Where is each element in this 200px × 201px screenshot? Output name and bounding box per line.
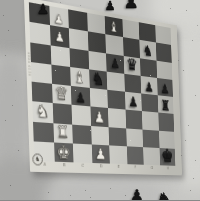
file-label-d: D	[100, 164, 103, 168]
piece-white-p-b7[interactable]: ♟	[54, 31, 65, 46]
captured-piece-black-p[interactable]: ♟	[104, 0, 115, 12]
square-c2[interactable]	[72, 124, 91, 144]
square-e1[interactable]	[109, 145, 127, 164]
chessboard[interactable]: ABCDEFGH 4034 0170 ♞ ♟♝♟♞♟♛♝♞♟♟♛♟♟♜♞♟♜♚♟…	[24, 0, 182, 175]
square-f1[interactable]	[126, 146, 143, 165]
square-e5[interactable]	[107, 71, 125, 91]
captured-piece-black-p[interactable]: ♟	[130, 188, 144, 200]
square-h3[interactable]	[158, 113, 174, 132]
square-d4[interactable]	[89, 88, 108, 108]
piece-black-k-h1[interactable]: ♚	[161, 147, 174, 165]
piece-black-p-e6[interactable]: ♟	[110, 58, 119, 72]
piece-black-p-g5[interactable]: ♟	[144, 80, 153, 94]
file-label-c: C	[82, 164, 85, 168]
piece-white-p-b8[interactable]: ♟	[54, 12, 64, 26]
board-brand-knight-logo: ♞	[32, 153, 43, 165]
square-g6[interactable]	[140, 58, 157, 78]
square-b6[interactable]	[50, 45, 70, 67]
illegible-print-code: 4034 0170	[26, 52, 30, 77]
square-a2[interactable]	[33, 121, 54, 142]
file-label-h: H	[167, 166, 169, 170]
square-f5[interactable]	[124, 74, 141, 94]
table-strip-bottom	[45, 176, 165, 200]
photo-stage: ABCDEFGH 4034 0170 ♞ ♟♝♟♞♟♛♝♞♟♟♛♟♟♜♞♟♜♚♟…	[0, 0, 200, 200]
piece-black-n-d5[interactable]: ♞	[92, 70, 105, 88]
piece-white-p-d1[interactable]: ♟	[95, 146, 107, 162]
photo-grain-light	[0, 0, 1, 1]
square-e4[interactable]	[107, 90, 125, 110]
piece-black-q-f6[interactable]: ♛	[126, 57, 138, 74]
piece-black-n-g7[interactable]: ♞	[143, 43, 153, 58]
square-g2[interactable]	[142, 129, 159, 148]
piece-white-n-a3[interactable]: ♞	[36, 103, 50, 121]
piece-black-p-f4[interactable]: ♟	[128, 95, 138, 109]
square-g1[interactable]	[143, 147, 160, 165]
square-g3[interactable]	[142, 111, 159, 130]
captured-piece-black-p[interactable]: ♟	[37, 2, 50, 16]
file-label-e: E	[118, 165, 120, 169]
square-a6[interactable]	[30, 42, 51, 64]
piece-white-p-d3[interactable]: ♟	[94, 110, 105, 126]
piece-black-p-c4[interactable]: ♟	[75, 90, 86, 104]
piece-white-k-b1[interactable]: ♚	[56, 142, 71, 162]
file-label-g: G	[151, 166, 153, 170]
piece-black-p-h5[interactable]: ♟	[160, 82, 169, 95]
square-a5[interactable]	[31, 62, 52, 84]
file-label-f: F	[135, 165, 137, 169]
piece-white-b-c5[interactable]: ♝	[74, 69, 87, 87]
file-label-a: A	[43, 162, 46, 166]
square-c6[interactable]	[69, 48, 88, 69]
square-d2[interactable]	[91, 125, 110, 145]
square-f3[interactable]	[125, 110, 142, 129]
square-b3[interactable]	[52, 103, 72, 124]
piece-white-q-b4[interactable]: ♛	[54, 84, 68, 103]
square-g4[interactable]	[141, 93, 158, 112]
piece-black-r-h4[interactable]: ♜	[161, 98, 171, 113]
captured-piece-black-n[interactable]: ♞	[156, 191, 171, 201]
square-c3[interactable]	[71, 105, 90, 125]
file-label-b: B	[63, 163, 66, 167]
square-f2[interactable]	[126, 128, 143, 147]
square-e3[interactable]	[108, 108, 126, 128]
square-h6[interactable]	[156, 60, 172, 79]
piece-white-b-e8[interactable]: ♝	[109, 20, 119, 35]
captured-piece-black-p[interactable]: ♟	[123, 0, 138, 11]
square-c1[interactable]	[73, 143, 92, 163]
square-e2[interactable]	[109, 127, 127, 146]
